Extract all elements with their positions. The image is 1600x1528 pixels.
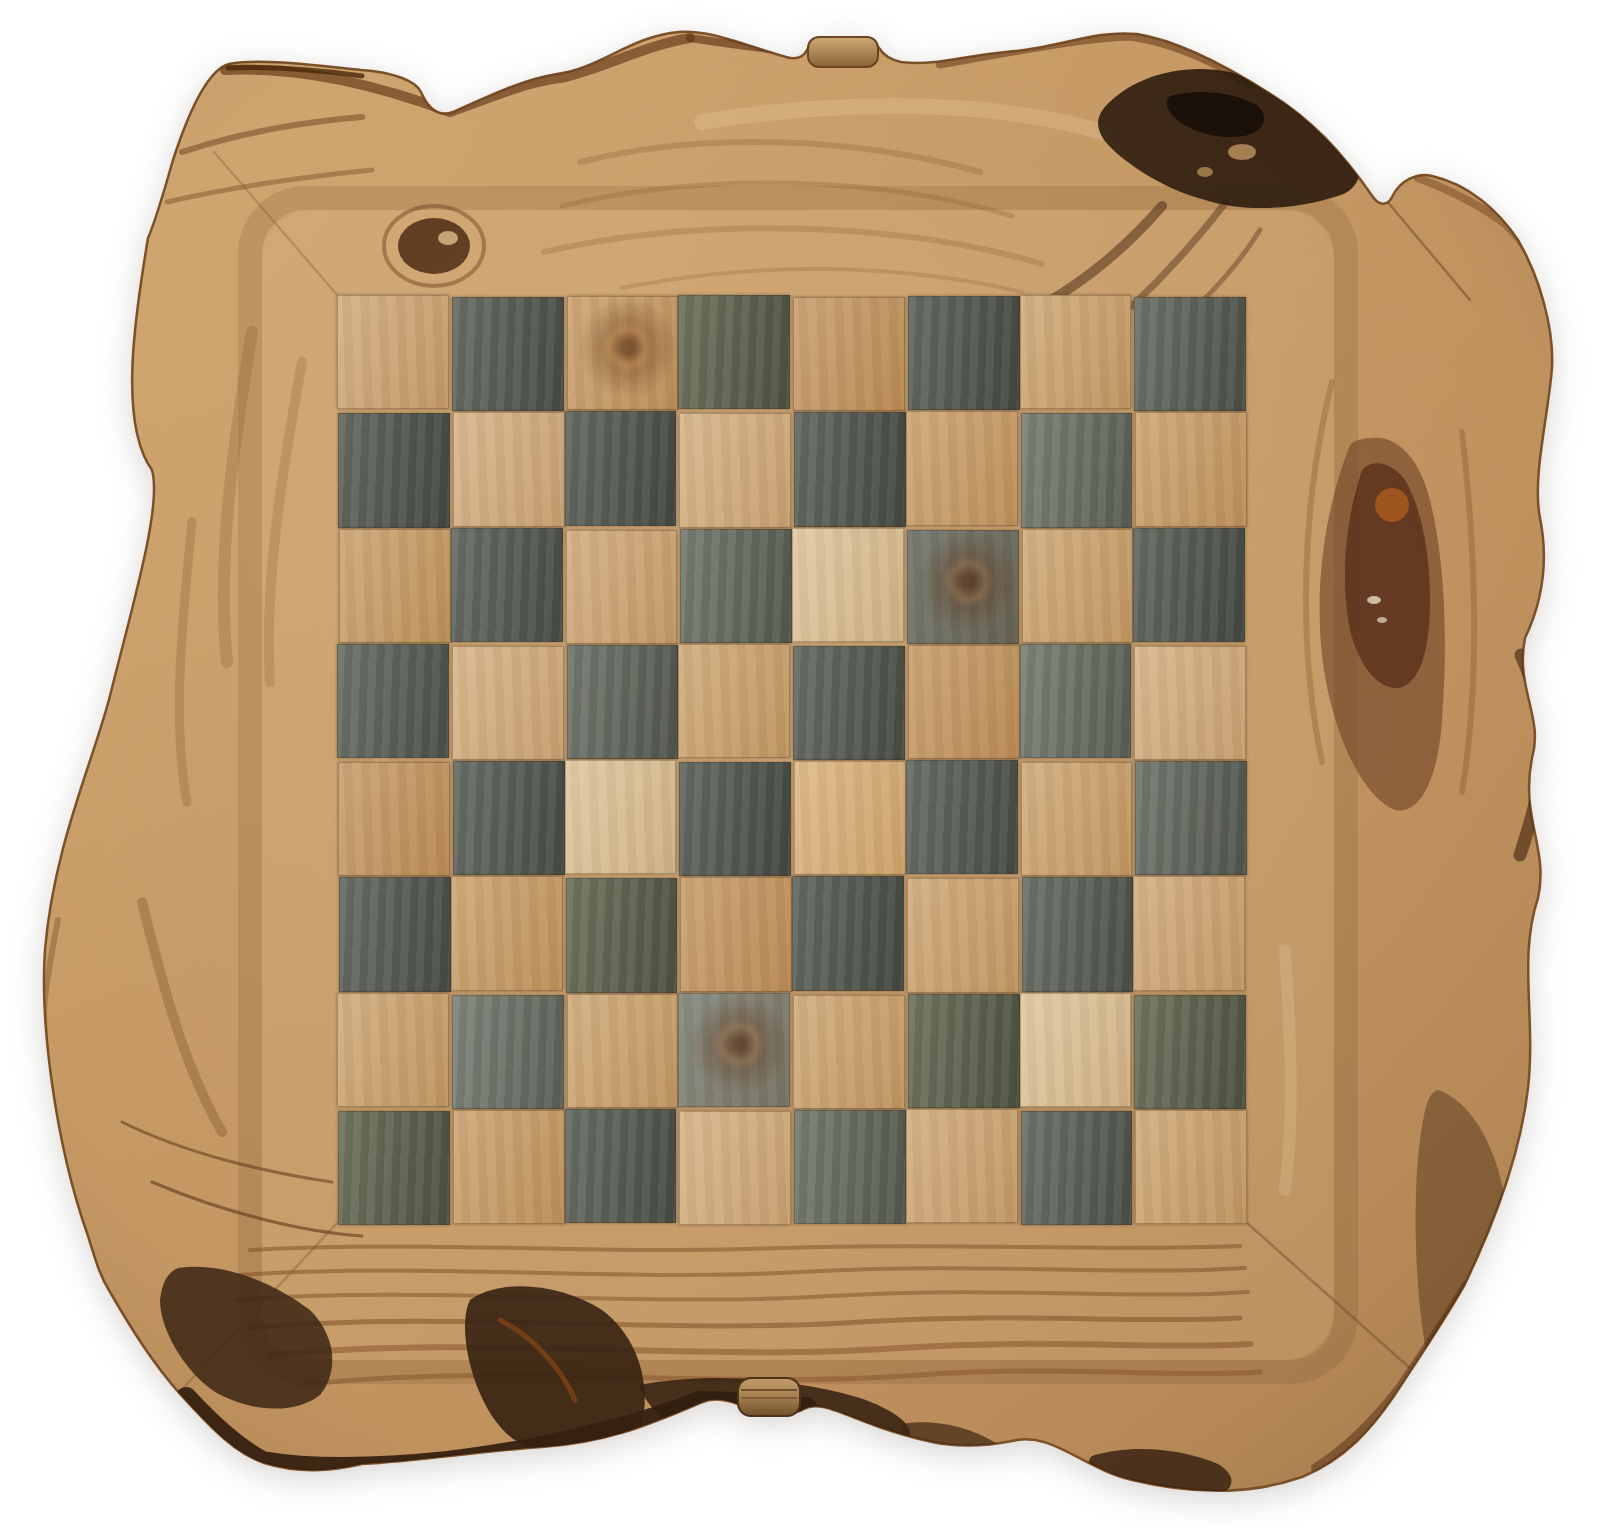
square-b3	[451, 876, 563, 990]
square-e4	[794, 761, 906, 875]
square-e8	[793, 297, 905, 411]
square-f5	[908, 645, 1020, 759]
bottom-handle-knob	[738, 1378, 800, 1416]
square-c2	[567, 994, 679, 1108]
square-e7	[794, 412, 906, 526]
square-g2	[1020, 993, 1132, 1107]
square-g5	[1020, 644, 1132, 758]
square-d8	[678, 295, 790, 409]
square-a7	[338, 413, 450, 527]
square-d2	[678, 993, 790, 1107]
square-c6	[566, 530, 678, 644]
square-g3	[1022, 877, 1134, 991]
square-b6	[451, 528, 563, 642]
square-d7	[679, 413, 791, 527]
square-e3	[792, 876, 904, 990]
square-b4	[453, 761, 565, 875]
square-e6	[792, 528, 904, 642]
square-h5	[1134, 646, 1246, 760]
square-h8	[1134, 297, 1246, 411]
square-f8	[908, 296, 1020, 410]
square-c7	[565, 411, 677, 525]
square-h4	[1135, 761, 1247, 875]
square-a1	[338, 1111, 450, 1225]
square-g7	[1021, 413, 1133, 527]
square-a6	[339, 529, 451, 643]
square-e1	[794, 1110, 906, 1224]
square-h1	[1135, 1110, 1247, 1224]
square-h6	[1133, 528, 1245, 642]
square-f2	[908, 994, 1020, 1108]
chess-board	[338, 296, 1246, 1224]
square-a5	[337, 644, 449, 758]
square-e5	[793, 646, 905, 760]
square-g6	[1022, 529, 1134, 643]
product-photo	[0, 0, 1600, 1528]
square-c5	[567, 645, 679, 759]
square-h3	[1133, 876, 1245, 990]
square-c4	[565, 760, 677, 874]
square-b2	[452, 995, 564, 1109]
square-c8	[567, 296, 679, 410]
square-d1	[679, 1111, 791, 1225]
square-f7	[906, 411, 1018, 525]
square-f4	[906, 760, 1018, 874]
square-c3	[566, 878, 678, 992]
square-a8	[337, 295, 449, 409]
square-e2	[793, 995, 905, 1109]
square-g4	[1021, 762, 1133, 876]
square-a2	[337, 993, 449, 1107]
square-b8	[452, 297, 564, 411]
square-f3	[907, 878, 1019, 992]
top-handle-knob	[808, 37, 878, 67]
square-h7	[1135, 412, 1247, 526]
square-d6	[680, 529, 792, 643]
square-g8	[1020, 295, 1132, 409]
square-a3	[339, 877, 451, 991]
square-f1	[906, 1109, 1018, 1223]
square-b1	[453, 1110, 565, 1224]
square-g1	[1021, 1111, 1133, 1225]
square-b7	[453, 412, 565, 526]
square-f6	[907, 530, 1019, 644]
square-d5	[678, 644, 790, 758]
square-d4	[679, 762, 791, 876]
square-c1	[565, 1109, 677, 1223]
square-d3	[680, 877, 792, 991]
square-h2	[1134, 995, 1246, 1109]
square-a4	[338, 762, 450, 876]
square-b5	[452, 646, 564, 760]
